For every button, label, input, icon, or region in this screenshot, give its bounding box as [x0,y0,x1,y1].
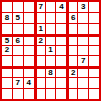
cell-r1c2-empty[interactable] [13,2,23,12]
cell-r1c3-empty[interactable] [24,2,34,12]
cell-r6c1-empty[interactable] [2,56,12,66]
cell-r3c3-empty[interactable] [24,24,34,34]
cell-r8c7-empty[interactable] [67,78,77,88]
cell-r1c4-given-7[interactable]: 7 [35,2,45,12]
cell-r4c2-given-6[interactable]: 6 [13,35,23,45]
cell-r8c4-empty[interactable] [35,78,45,88]
cell-r4c6-empty[interactable] [56,35,66,45]
cell-r4c3-empty[interactable] [24,35,34,45]
cell-r9c7-empty[interactable] [67,89,77,99]
cell-r7c1-empty[interactable] [2,67,12,77]
cell-r1c8-given-3[interactable]: 3 [78,2,88,12]
cell-r5c4-empty[interactable] [35,46,45,56]
cell-r3c6-empty[interactable] [56,24,66,34]
cell-r2c1-given-8[interactable]: 8 [2,13,12,23]
cell-r2c8-empty[interactable] [78,13,88,23]
cell-r7c4-empty[interactable] [35,67,45,77]
cell-r8c5-empty[interactable] [46,78,56,88]
cell-r2c4-empty[interactable] [35,13,45,23]
cell-r6c2-empty[interactable] [13,56,23,66]
cell-r4c5-empty[interactable] [46,35,56,45]
cell-r4c7-empty[interactable] [67,35,77,45]
cell-r7c5-given-8[interactable]: 8 [46,67,56,77]
cell-r7c3-empty[interactable] [24,67,34,77]
cell-r2c6-empty[interactable] [56,13,66,23]
cell-r6c6-empty[interactable] [56,56,66,66]
cell-r5c1-given-2[interactable]: 2 [2,46,12,56]
cell-r2c9-empty[interactable] [89,13,99,23]
cell-r9c2-empty[interactable] [13,89,23,99]
cell-r5c9-empty[interactable] [89,46,99,56]
cell-r3c1-empty[interactable] [2,24,12,34]
cell-r6c5-empty[interactable] [46,56,56,66]
cell-r5c2-empty[interactable] [13,46,23,56]
cell-r7c9-empty[interactable] [89,67,99,77]
cell-r6c8-given-7[interactable]: 7 [78,56,88,66]
cell-r9c3-empty[interactable] [24,89,34,99]
cell-r3c7-empty[interactable] [67,24,77,34]
cell-r8c1-empty[interactable] [2,78,12,88]
cell-r9c8-empty[interactable] [78,89,88,99]
cell-r4c8-empty[interactable] [78,35,88,45]
cell-r9c6-empty[interactable] [56,89,66,99]
cell-r7c7-given-2[interactable]: 2 [67,67,77,77]
cell-r8c6-empty[interactable] [56,78,66,88]
cell-r1c9-empty[interactable] [89,2,99,12]
cell-r8c2-given-7[interactable]: 7 [13,78,23,88]
cell-r5c6-empty[interactable] [56,46,66,56]
cell-r2c2-given-5[interactable]: 5 [13,13,23,23]
cell-r5c3-empty[interactable] [24,46,34,56]
cell-r9c4-empty[interactable] [35,89,45,99]
cell-r9c9-empty[interactable] [89,89,99,99]
cell-r1c1-empty[interactable] [2,2,12,12]
cell-r7c8-empty[interactable] [78,67,88,77]
cell-r8c9-empty[interactable] [89,78,99,88]
cell-r9c5-empty[interactable] [46,89,56,99]
cell-r5c8-empty[interactable] [78,46,88,56]
cell-r6c4-empty[interactable] [35,56,45,66]
sudoku-board: 74385615622178274 [0,0,101,101]
cell-r2c3-empty[interactable] [24,13,34,23]
cell-r6c9-empty[interactable] [89,56,99,66]
cell-r3c4-given-1[interactable]: 1 [35,24,45,34]
cell-r9c1-empty[interactable] [2,89,12,99]
cell-r3c9-empty[interactable] [89,24,99,34]
cell-r2c7-given-6[interactable]: 6 [67,13,77,23]
cell-r2c5-empty[interactable] [46,13,56,23]
cell-r4c9-empty[interactable] [89,35,99,45]
cell-r4c4-given-2[interactable]: 2 [35,35,45,45]
cell-r3c8-empty[interactable] [78,24,88,34]
cell-r8c8-empty[interactable] [78,78,88,88]
cell-r7c2-empty[interactable] [13,67,23,77]
cell-r1c6-given-4[interactable]: 4 [56,2,66,12]
cell-r5c5-given-1[interactable]: 1 [46,46,56,56]
cell-r8c3-given-4[interactable]: 4 [24,78,34,88]
cell-r7c6-empty[interactable] [56,67,66,77]
cell-r6c3-empty[interactable] [24,56,34,66]
cell-r1c5-empty[interactable] [46,2,56,12]
cell-r3c5-empty[interactable] [46,24,56,34]
cell-r4c1-given-5[interactable]: 5 [2,35,12,45]
cell-r5c7-empty[interactable] [67,46,77,56]
cell-r6c7-empty[interactable] [67,56,77,66]
cell-r1c7-empty[interactable] [67,2,77,12]
cell-r3c2-empty[interactable] [13,24,23,34]
